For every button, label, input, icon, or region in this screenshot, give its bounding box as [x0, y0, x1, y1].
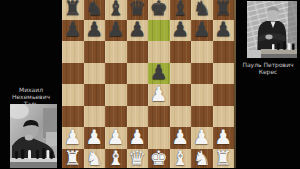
- piece-white-knight[interactable]: ♞: [85, 149, 103, 169]
- piece-black-pawn[interactable]: ♟: [193, 20, 211, 40]
- piece-white-bishop[interactable]: ♝: [171, 149, 189, 169]
- square-h2[interactable]: ♟: [213, 127, 235, 149]
- square-d3[interactable]: [127, 106, 149, 128]
- black-player-name: Пауль Петрович Керес: [236, 61, 300, 75]
- square-g7[interactable]: ♟: [191, 20, 213, 42]
- square-g5[interactable]: [191, 63, 213, 85]
- piece-black-pawn[interactable]: ♟: [107, 20, 125, 40]
- piece-white-knight[interactable]: ♞: [193, 149, 211, 169]
- square-a1[interactable]: ♜: [62, 149, 84, 169]
- chess-board: ♜♞♝♛♚♝♞♜♟♟♟♟♟♟♟♟♟♟♟♟♟♟♟♟♜♞♝♛♚♝♞♜: [62, 0, 234, 168]
- square-a2[interactable]: ♟: [62, 127, 84, 149]
- piece-black-rook[interactable]: ♜: [214, 0, 232, 18]
- piece-white-pawn[interactable]: ♟: [214, 127, 232, 147]
- square-b8[interactable]: ♞: [84, 0, 106, 20]
- piece-white-king[interactable]: ♚: [150, 149, 168, 169]
- piece-black-bishop[interactable]: ♝: [171, 0, 189, 18]
- square-b2[interactable]: ♟: [84, 127, 106, 149]
- piece-black-pawn[interactable]: ♟: [150, 63, 168, 83]
- square-b6[interactable]: [84, 41, 106, 63]
- square-h1[interactable]: ♜: [213, 149, 235, 169]
- square-e3[interactable]: [148, 106, 170, 128]
- square-b1[interactable]: ♞: [84, 149, 106, 169]
- square-b4[interactable]: [84, 84, 106, 106]
- black-player-name-line2: Керес: [236, 68, 300, 75]
- square-d5[interactable]: [127, 63, 149, 85]
- piece-white-bishop[interactable]: ♝: [107, 149, 125, 169]
- square-d2[interactable]: ♟: [127, 127, 149, 149]
- square-e7[interactable]: [148, 20, 170, 42]
- piece-white-pawn[interactable]: ♟: [150, 84, 168, 104]
- square-f3[interactable]: [170, 106, 192, 128]
- piece-white-pawn[interactable]: ♟: [128, 127, 146, 147]
- piece-white-pawn[interactable]: ♟: [193, 127, 211, 147]
- board-edge: [234, 0, 236, 168]
- square-c1[interactable]: ♝: [105, 149, 127, 169]
- square-c8[interactable]: ♝: [105, 0, 127, 20]
- white-player-name-line1: Михаил Нехемьевич: [0, 86, 62, 100]
- piece-white-pawn[interactable]: ♟: [64, 127, 82, 147]
- square-h6[interactable]: [213, 41, 235, 63]
- piece-white-queen[interactable]: ♛: [128, 149, 146, 169]
- piece-black-knight[interactable]: ♞: [85, 0, 103, 18]
- piece-black-bishop[interactable]: ♝: [107, 0, 125, 18]
- piece-white-pawn[interactable]: ♟: [85, 127, 103, 147]
- square-g2[interactable]: ♟: [191, 127, 213, 149]
- square-d7[interactable]: ♟: [127, 20, 149, 42]
- square-g3[interactable]: [191, 106, 213, 128]
- square-f2[interactable]: ♟: [170, 127, 192, 149]
- square-b5[interactable]: [84, 63, 106, 85]
- square-e8[interactable]: ♚: [148, 0, 170, 20]
- square-f4[interactable]: [170, 84, 192, 106]
- piece-black-pawn[interactable]: ♟: [128, 20, 146, 40]
- piece-white-pawn[interactable]: ♟: [171, 127, 189, 147]
- square-a3[interactable]: [62, 106, 84, 128]
- tal-photo: [10, 104, 57, 168]
- square-c4[interactable]: [105, 84, 127, 106]
- square-d6[interactable]: [127, 41, 149, 63]
- square-h7[interactable]: ♟: [213, 20, 235, 42]
- square-a4[interactable]: [62, 84, 84, 106]
- square-g4[interactable]: [191, 84, 213, 106]
- square-c6[interactable]: [105, 41, 127, 63]
- square-g8[interactable]: ♞: [191, 0, 213, 20]
- square-h4[interactable]: [213, 84, 235, 106]
- square-h3[interactable]: [213, 106, 235, 128]
- square-e6[interactable]: [148, 41, 170, 63]
- square-g1[interactable]: ♞: [191, 149, 213, 169]
- square-f6[interactable]: [170, 41, 192, 63]
- square-d4[interactable]: [127, 84, 149, 106]
- square-f7[interactable]: ♟: [170, 20, 192, 42]
- piece-black-pawn[interactable]: ♟: [64, 20, 82, 40]
- square-d8[interactable]: ♛: [127, 0, 149, 20]
- square-b7[interactable]: ♟: [84, 20, 106, 42]
- piece-white-rook[interactable]: ♜: [214, 149, 232, 169]
- piece-black-king[interactable]: ♚: [150, 0, 168, 18]
- square-c7[interactable]: ♟: [105, 20, 127, 42]
- square-a7[interactable]: ♟: [62, 20, 84, 42]
- square-f8[interactable]: ♝: [170, 0, 192, 20]
- piece-black-pawn[interactable]: ♟: [171, 20, 189, 40]
- square-c3[interactable]: [105, 106, 127, 128]
- square-e1[interactable]: ♚: [148, 149, 170, 169]
- piece-white-rook[interactable]: ♜: [64, 149, 82, 169]
- piece-black-queen[interactable]: ♛: [128, 0, 146, 18]
- square-d1[interactable]: ♛: [127, 149, 149, 169]
- square-c5[interactable]: [105, 63, 127, 85]
- video-frame: Михаил Нехемьевич Таль ♜♞: [0, 0, 300, 168]
- square-e2[interactable]: [148, 127, 170, 149]
- square-b3[interactable]: [84, 106, 106, 128]
- piece-black-rook[interactable]: ♜: [64, 0, 82, 18]
- square-e5[interactable]: ♟: [148, 63, 170, 85]
- square-c2[interactable]: ♟: [105, 127, 127, 149]
- square-f1[interactable]: ♝: [170, 149, 192, 169]
- square-g6[interactable]: [191, 41, 213, 63]
- piece-black-pawn[interactable]: ♟: [85, 20, 103, 40]
- piece-black-knight[interactable]: ♞: [193, 0, 211, 18]
- piece-white-pawn[interactable]: ♟: [107, 127, 125, 147]
- keres-photo: [247, 1, 297, 58]
- square-f5[interactable]: [170, 63, 192, 85]
- piece-black-pawn[interactable]: ♟: [214, 20, 232, 40]
- square-h5[interactable]: [213, 63, 235, 85]
- square-e4[interactable]: ♟: [148, 84, 170, 106]
- square-a8[interactable]: ♜: [62, 0, 84, 20]
- square-a6[interactable]: [62, 41, 84, 63]
- square-h8[interactable]: ♜: [213, 0, 235, 20]
- square-a5[interactable]: [62, 63, 84, 85]
- black-player-name-line1: Пауль Петрович: [236, 61, 300, 68]
